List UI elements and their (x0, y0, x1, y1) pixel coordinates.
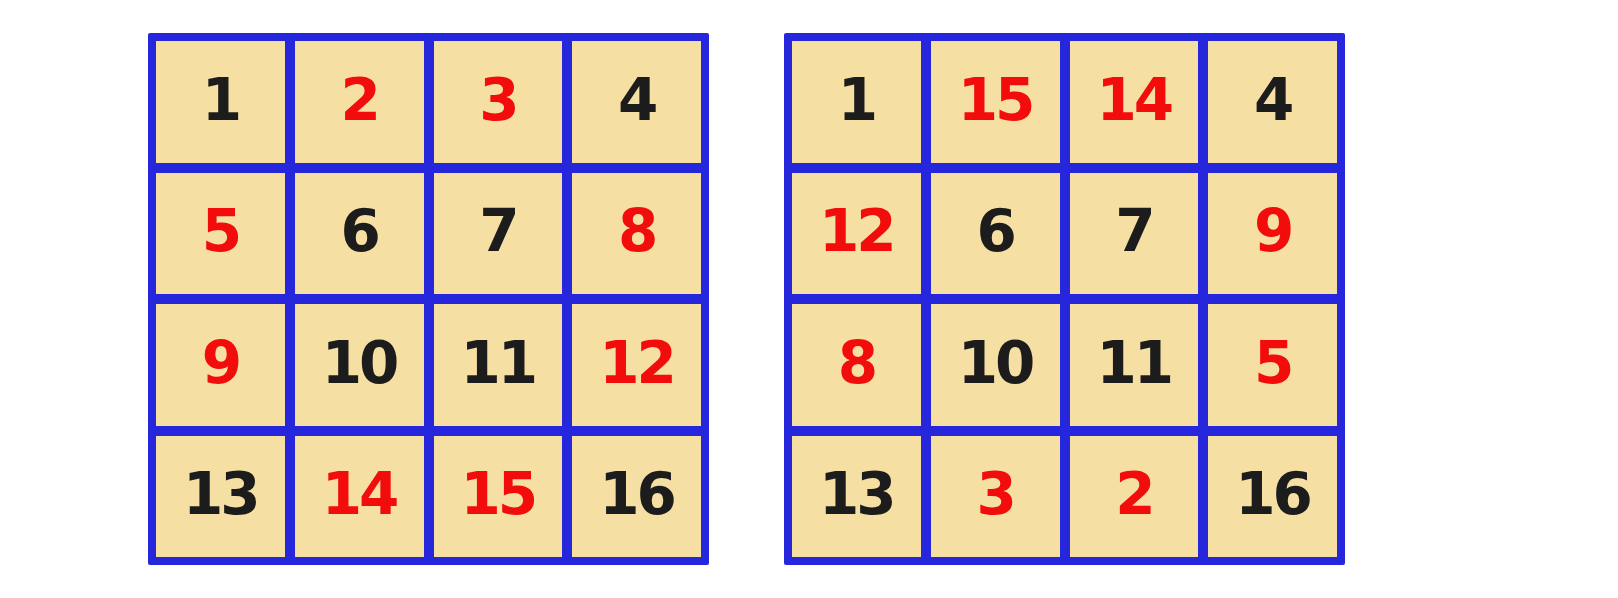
cell-r3c2: 10 (295, 304, 424, 426)
magic-square-grid: 11514412679810115133216 (784, 33, 1345, 565)
cell-r3c1: 9 (156, 304, 285, 426)
cell-r2c4: 8 (572, 173, 701, 295)
cell-r3c4: 12 (572, 304, 701, 426)
cell-r2c1: 5 (156, 173, 285, 295)
cell-r2c4: 9 (1208, 173, 1337, 295)
cell-r1c1: 1 (792, 41, 921, 163)
cell-r4c2: 14 (295, 436, 424, 558)
cell-r3c4: 5 (1208, 304, 1337, 426)
cell-r4c2: 3 (931, 436, 1060, 558)
cell-r2c2: 6 (295, 173, 424, 295)
cell-r2c1: 12 (792, 173, 921, 295)
cell-r2c2: 6 (931, 173, 1060, 295)
cell-r1c4: 4 (572, 41, 701, 163)
magic-square-diagram: 12345678910111213141516 1151441267981011… (0, 0, 1618, 598)
cell-r3c1: 8 (792, 304, 921, 426)
cell-r4c1: 13 (792, 436, 921, 558)
cell-r2c3: 7 (1070, 173, 1199, 295)
cell-r1c4: 4 (1208, 41, 1337, 163)
cell-r1c2: 2 (295, 41, 424, 163)
cell-r1c3: 14 (1070, 41, 1199, 163)
cell-r2c3: 7 (434, 173, 563, 295)
cell-r1c1: 1 (156, 41, 285, 163)
cell-r4c1: 13 (156, 436, 285, 558)
cell-r4c3: 15 (434, 436, 563, 558)
cell-r3c2: 10 (931, 304, 1060, 426)
cell-r3c3: 11 (434, 304, 563, 426)
cell-r4c3: 2 (1070, 436, 1199, 558)
ordered-grid: 12345678910111213141516 (148, 33, 709, 565)
cell-r4c4: 16 (1208, 436, 1337, 558)
cell-r4c4: 16 (572, 436, 701, 558)
cell-r1c2: 15 (931, 41, 1060, 163)
cell-r1c3: 3 (434, 41, 563, 163)
cell-r3c3: 11 (1070, 304, 1199, 426)
